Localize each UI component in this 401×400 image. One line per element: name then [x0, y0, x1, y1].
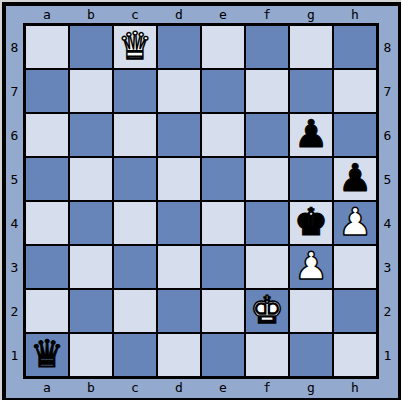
square-b5[interactable] [70, 158, 112, 200]
file-labels-top: abcdefgh [23, 6, 379, 23]
rank-label-left-4: 4 [6, 215, 23, 232]
square-a2[interactable] [26, 290, 68, 332]
file-label-bottom-a: a [26, 379, 68, 396]
square-b8[interactable] [70, 26, 112, 68]
square-b6[interactable] [70, 114, 112, 156]
rank-label-right-6: 6 [379, 127, 396, 144]
square-g4[interactable]: ♚ [290, 202, 332, 244]
rank-label-right-7: 7 [379, 83, 396, 100]
square-g3[interactable]: ♟ [290, 246, 332, 288]
square-a5[interactable] [26, 158, 68, 200]
square-f4[interactable] [246, 202, 288, 244]
rank-label-left-8: 8 [6, 39, 23, 56]
square-b1[interactable] [70, 334, 112, 376]
rank-label-right-5: 5 [379, 171, 396, 188]
square-g2[interactable] [290, 290, 332, 332]
rank-label-right-2: 2 [379, 303, 396, 320]
rank-label-right-3: 3 [379, 259, 396, 276]
square-h3[interactable] [334, 246, 376, 288]
file-label-bottom-h: h [334, 379, 376, 396]
rank-label-left-1: 1 [6, 347, 23, 364]
square-h2[interactable] [334, 290, 376, 332]
diagram-outer-edge: abcdefgh 87654321 ♛♟♟♚♟♟♚♛ 87654321 abcd… [0, 0, 401, 400]
square-d3[interactable] [158, 246, 200, 288]
file-label-top-d: d [158, 6, 200, 23]
square-b7[interactable] [70, 70, 112, 112]
file-label-top-h: h [334, 6, 376, 23]
square-d1[interactable] [158, 334, 200, 376]
square-e6[interactable] [202, 114, 244, 156]
square-e4[interactable] [202, 202, 244, 244]
black-king[interactable]: ♚ [294, 202, 328, 243]
square-e3[interactable] [202, 246, 244, 288]
square-e5[interactable] [202, 158, 244, 200]
square-b3[interactable] [70, 246, 112, 288]
square-b4[interactable] [70, 202, 112, 244]
square-e8[interactable] [202, 26, 244, 68]
square-a6[interactable] [26, 114, 68, 156]
square-c4[interactable] [114, 202, 156, 244]
square-d4[interactable] [158, 202, 200, 244]
rank-label-left-5: 5 [6, 171, 23, 188]
coordinate-band: abcdefgh 87654321 ♛♟♟♚♟♟♚♛ 87654321 abcd… [6, 6, 398, 398]
file-label-top-e: e [202, 6, 244, 23]
square-h4[interactable]: ♟ [334, 202, 376, 244]
square-a4[interactable] [26, 202, 68, 244]
file-label-bottom-f: f [246, 379, 288, 396]
rank-label-right-4: 4 [379, 215, 396, 232]
square-c1[interactable] [114, 334, 156, 376]
file-label-top-f: f [246, 6, 288, 23]
square-c8[interactable]: ♛ [114, 26, 156, 68]
square-e7[interactable] [202, 70, 244, 112]
white-pawn[interactable]: ♟ [294, 246, 328, 287]
square-c3[interactable] [114, 246, 156, 288]
rank-label-left-2: 2 [6, 303, 23, 320]
file-label-bottom-d: d [158, 379, 200, 396]
square-f8[interactable] [246, 26, 288, 68]
black-pawn[interactable]: ♟ [338, 158, 372, 199]
white-king[interactable]: ♚ [250, 290, 284, 331]
file-label-bottom-c: c [114, 379, 156, 396]
rank-label-left-3: 3 [6, 259, 23, 276]
square-c2[interactable] [114, 290, 156, 332]
square-a7[interactable] [26, 70, 68, 112]
square-d2[interactable] [158, 290, 200, 332]
square-g8[interactable] [290, 26, 332, 68]
square-a1[interactable]: ♛ [26, 334, 68, 376]
square-f1[interactable] [246, 334, 288, 376]
square-a3[interactable] [26, 246, 68, 288]
square-g1[interactable] [290, 334, 332, 376]
file-label-top-a: a [26, 6, 68, 23]
white-queen[interactable]: ♛ [118, 26, 152, 67]
rank-label-left-7: 7 [6, 83, 23, 100]
board-frame: abcdefgh 87654321 ♛♟♟♚♟♟♚♛ 87654321 abcd… [2, 2, 401, 400]
black-queen[interactable]: ♛ [30, 334, 64, 375]
square-g6[interactable]: ♟ [290, 114, 332, 156]
square-a8[interactable] [26, 26, 68, 68]
file-label-top-b: b [70, 6, 112, 23]
file-label-bottom-g: g [290, 379, 332, 396]
square-f2[interactable]: ♚ [246, 290, 288, 332]
file-label-top-g: g [290, 6, 332, 23]
square-g5[interactable] [290, 158, 332, 200]
file-labels-bottom: abcdefgh [23, 379, 379, 396]
square-h6[interactable] [334, 114, 376, 156]
square-h5[interactable]: ♟ [334, 158, 376, 200]
corner-bottom-right [379, 379, 396, 396]
white-pawn[interactable]: ♟ [338, 202, 372, 243]
square-e1[interactable] [202, 334, 244, 376]
square-d6[interactable] [158, 114, 200, 156]
file-label-top-c: c [114, 6, 156, 23]
square-d5[interactable] [158, 158, 200, 200]
square-h7[interactable] [334, 70, 376, 112]
corner-top-left [6, 6, 23, 23]
square-c6[interactable] [114, 114, 156, 156]
file-label-bottom-b: b [70, 379, 112, 396]
rank-labels-left: 87654321 [6, 23, 23, 379]
square-b2[interactable] [70, 290, 112, 332]
square-f3[interactable] [246, 246, 288, 288]
square-d7[interactable] [158, 70, 200, 112]
square-f5[interactable] [246, 158, 288, 200]
square-d8[interactable] [158, 26, 200, 68]
corner-bottom-left [6, 379, 23, 396]
rank-label-right-8: 8 [379, 39, 396, 56]
square-h1[interactable] [334, 334, 376, 376]
file-label-bottom-e: e [202, 379, 244, 396]
square-f7[interactable] [246, 70, 288, 112]
corner-top-right [379, 6, 396, 23]
square-f6[interactable] [246, 114, 288, 156]
square-e2[interactable] [202, 290, 244, 332]
rank-label-right-1: 1 [379, 347, 396, 364]
black-pawn[interactable]: ♟ [294, 114, 328, 155]
rank-labels-right: 87654321 [379, 23, 396, 379]
square-c5[interactable] [114, 158, 156, 200]
square-c7[interactable] [114, 70, 156, 112]
square-g7[interactable] [290, 70, 332, 112]
chess-board: ♛♟♟♚♟♟♚♛ [23, 23, 379, 379]
square-h8[interactable] [334, 26, 376, 68]
rank-label-left-6: 6 [6, 127, 23, 144]
